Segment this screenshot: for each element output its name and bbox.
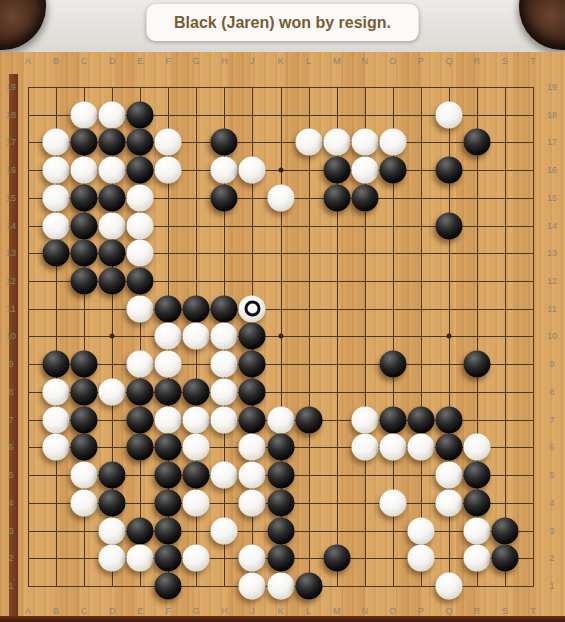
row-label-right: 9	[549, 359, 554, 369]
column-label-top: K	[278, 56, 284, 66]
column-label-bottom: D	[109, 606, 116, 616]
stone-black-P7	[407, 406, 434, 433]
stone-white-C5	[71, 462, 98, 489]
row-label-right: 15	[547, 193, 557, 203]
column-label-top: J	[250, 56, 255, 66]
stone-black-E17	[127, 129, 154, 156]
stone-black-D17	[99, 129, 126, 156]
stone-black-C14	[71, 212, 98, 239]
stone-white-K7	[267, 406, 294, 433]
grid-line-vertical	[309, 87, 310, 586]
stone-black-F1	[155, 572, 182, 599]
column-label-bottom: Q	[445, 606, 452, 616]
column-label-bottom: O	[389, 606, 396, 616]
column-label-bottom: G	[193, 606, 200, 616]
column-label-bottom: C	[81, 606, 88, 616]
star-point	[278, 168, 283, 173]
stone-black-R17	[463, 129, 490, 156]
stone-white-H8	[211, 378, 238, 405]
stone-white-J11	[239, 295, 266, 322]
stone-black-L7	[295, 406, 322, 433]
column-label-bottom: B	[53, 606, 59, 616]
row-label-right: 2	[549, 553, 554, 563]
stone-black-D12	[99, 268, 126, 295]
stone-black-J8	[239, 378, 266, 405]
stone-black-O7	[379, 406, 406, 433]
stone-black-E12	[127, 268, 154, 295]
stone-black-H15	[211, 184, 238, 211]
stone-white-R6	[463, 434, 490, 461]
row-label-left: 10	[6, 331, 16, 341]
stone-white-P6	[407, 434, 434, 461]
top-banner-area: Black (Jaren) won by resign.	[0, 0, 565, 52]
stone-white-D16	[99, 157, 126, 184]
stone-white-P3	[407, 517, 434, 544]
row-label-left: 12	[6, 276, 16, 286]
stone-white-Q5	[435, 462, 462, 489]
stone-black-C8	[71, 378, 98, 405]
column-label-bottom: L	[306, 606, 311, 616]
stone-white-M17	[323, 129, 350, 156]
row-label-left: 19	[6, 82, 16, 92]
column-label-top: F	[166, 56, 172, 66]
column-label-top: R	[474, 56, 481, 66]
stone-black-G5	[183, 462, 210, 489]
stone-black-H11	[211, 295, 238, 322]
grid-line-vertical	[421, 87, 422, 586]
column-label-bottom: N	[361, 606, 368, 616]
stone-black-Q16	[435, 157, 462, 184]
stone-white-H3	[211, 517, 238, 544]
column-label-top: M	[333, 56, 341, 66]
stone-white-B17	[43, 129, 70, 156]
star-point	[446, 334, 451, 339]
stone-black-R5	[463, 462, 490, 489]
column-label-top: E	[137, 56, 143, 66]
column-label-bottom: P	[418, 606, 424, 616]
board-bottom-edge	[0, 616, 565, 622]
stone-black-K3	[267, 517, 294, 544]
row-label-left: 1	[8, 581, 13, 591]
stone-white-E15	[127, 184, 154, 211]
stone-black-F4	[155, 489, 182, 516]
stone-white-D8	[99, 378, 126, 405]
column-label-top: O	[389, 56, 396, 66]
column-label-top: N	[361, 56, 368, 66]
row-label-left: 6	[8, 442, 13, 452]
stone-white-H16	[211, 157, 238, 184]
row-label-right: 1	[549, 581, 554, 591]
row-label-left: 8	[8, 387, 13, 397]
stone-black-D5	[99, 462, 126, 489]
stone-black-G8	[183, 378, 210, 405]
stone-black-H17	[211, 129, 238, 156]
stone-white-B6	[43, 434, 70, 461]
column-label-top: H	[221, 56, 228, 66]
stone-black-S2	[492, 545, 519, 572]
stone-black-R9	[463, 351, 490, 378]
stone-white-K1	[267, 572, 294, 599]
stone-white-H9	[211, 351, 238, 378]
row-label-right: 17	[547, 137, 557, 147]
stone-black-N15	[351, 184, 378, 211]
stone-white-L17	[295, 129, 322, 156]
stone-black-F2	[155, 545, 182, 572]
row-label-left: 3	[8, 526, 13, 536]
stone-black-J7	[239, 406, 266, 433]
column-label-bottom: K	[278, 606, 284, 616]
stone-white-B15	[43, 184, 70, 211]
app-screen: Black (Jaren) won by resign. AABBCCDDEEF…	[0, 0, 565, 622]
stone-black-E18	[127, 101, 154, 128]
column-label-bottom: A	[25, 606, 31, 616]
column-label-bottom: S	[502, 606, 508, 616]
row-label-right: 11	[547, 304, 556, 314]
stone-white-F10	[155, 323, 182, 350]
stone-black-Q14	[435, 212, 462, 239]
star-point	[110, 334, 115, 339]
row-label-right: 7	[549, 415, 554, 425]
stone-white-B14	[43, 212, 70, 239]
row-label-left: 9	[8, 359, 13, 369]
stone-black-C17	[71, 129, 98, 156]
stone-white-N6	[351, 434, 378, 461]
stone-white-J6	[239, 434, 266, 461]
star-point	[278, 334, 283, 339]
stone-black-B13	[43, 240, 70, 267]
row-label-left: 16	[6, 165, 16, 175]
stone-white-J4	[239, 489, 266, 516]
stone-white-K15	[267, 184, 294, 211]
row-label-left: 13	[6, 248, 16, 258]
column-label-bottom: J	[250, 606, 255, 616]
grid-line-horizontal	[28, 364, 534, 365]
stone-black-E6	[127, 434, 154, 461]
stone-white-N16	[351, 157, 378, 184]
stone-white-E11	[127, 295, 154, 322]
stone-white-J2	[239, 545, 266, 572]
stone-white-H10	[211, 323, 238, 350]
stone-black-C12	[71, 268, 98, 295]
column-label-bottom: H	[221, 606, 228, 616]
row-label-left: 7	[8, 415, 13, 425]
row-label-left: 11	[6, 304, 15, 314]
row-label-right: 14	[547, 221, 557, 231]
row-label-right: 13	[547, 248, 557, 258]
stone-black-C6	[71, 434, 98, 461]
stone-white-Q18	[435, 101, 462, 128]
stone-white-G2	[183, 545, 210, 572]
stone-white-N17	[351, 129, 378, 156]
stone-white-D14	[99, 212, 126, 239]
stone-black-C7	[71, 406, 98, 433]
stone-black-F8	[155, 378, 182, 405]
stone-white-O4	[379, 489, 406, 516]
stone-black-O16	[379, 157, 406, 184]
stone-white-B7	[43, 406, 70, 433]
stone-black-K2	[267, 545, 294, 572]
stone-white-F7	[155, 406, 182, 433]
column-label-bottom: F	[166, 606, 172, 616]
stone-black-D15	[99, 184, 126, 211]
column-label-top: A	[25, 56, 31, 66]
stone-black-O9	[379, 351, 406, 378]
stone-white-C4	[71, 489, 98, 516]
stone-white-G10	[183, 323, 210, 350]
stone-white-G7	[183, 406, 210, 433]
stone-black-F6	[155, 434, 182, 461]
stone-black-B9	[43, 351, 70, 378]
stone-black-F3	[155, 517, 182, 544]
stone-white-B8	[43, 378, 70, 405]
row-label-right: 10	[547, 331, 557, 341]
row-label-right: 8	[549, 387, 554, 397]
go-board[interactable]: AABBCCDDEEFFGGHHJJKKLLMMNNOOPPQQRRSSTT19…	[0, 52, 565, 622]
row-label-right: 3	[549, 526, 554, 536]
stone-black-J9	[239, 351, 266, 378]
stone-black-M16	[323, 157, 350, 184]
column-label-bottom: R	[474, 606, 481, 616]
row-label-left: 15	[6, 193, 16, 203]
stone-white-R3	[463, 517, 490, 544]
stone-black-Q6	[435, 434, 462, 461]
row-label-right: 12	[547, 276, 557, 286]
stone-black-Q7	[435, 406, 462, 433]
stone-white-P2	[407, 545, 434, 572]
stone-black-D13	[99, 240, 126, 267]
stone-black-E16	[127, 157, 154, 184]
row-label-left: 5	[8, 470, 13, 480]
stone-white-F16	[155, 157, 182, 184]
stone-black-E8	[127, 378, 154, 405]
row-label-left: 2	[8, 553, 13, 563]
stone-black-K6	[267, 434, 294, 461]
last-move-marker	[244, 301, 260, 317]
row-label-left: 18	[6, 110, 16, 120]
row-label-right: 16	[547, 165, 557, 175]
stone-white-B16	[43, 157, 70, 184]
grid-line-vertical	[505, 87, 506, 586]
row-label-right: 19	[547, 82, 557, 92]
row-label-right: 6	[549, 442, 554, 452]
row-label-right: 18	[547, 110, 557, 120]
column-label-top: C	[81, 56, 88, 66]
stone-white-J1	[239, 572, 266, 599]
stone-black-G11	[183, 295, 210, 322]
column-label-top: D	[109, 56, 116, 66]
row-label-right: 4	[549, 498, 554, 508]
stone-white-D2	[99, 545, 126, 572]
grid-line-vertical	[533, 87, 534, 586]
column-label-top: Q	[445, 56, 452, 66]
stone-black-K5	[267, 462, 294, 489]
stone-black-M2	[323, 545, 350, 572]
column-label-top: T	[530, 56, 536, 66]
stone-white-J16	[239, 157, 266, 184]
game-result-text: Black (Jaren) won by resign.	[174, 14, 391, 31]
column-label-top: L	[306, 56, 311, 66]
stone-white-C18	[71, 101, 98, 128]
stone-white-O17	[379, 129, 406, 156]
column-label-top: S	[502, 56, 508, 66]
stone-black-K4	[267, 489, 294, 516]
game-result-banner: Black (Jaren) won by resign.	[146, 4, 419, 41]
stone-white-H5	[211, 462, 238, 489]
stone-white-D3	[99, 517, 126, 544]
stone-black-C9	[71, 351, 98, 378]
stone-white-E13	[127, 240, 154, 267]
stone-bowl-right	[519, 0, 565, 50]
stone-white-E2	[127, 545, 154, 572]
stone-bowl-left	[0, 0, 46, 50]
stone-white-Q1	[435, 572, 462, 599]
stone-white-D18	[99, 101, 126, 128]
stone-black-F11	[155, 295, 182, 322]
stone-white-R2	[463, 545, 490, 572]
row-label-left: 4	[8, 498, 13, 508]
column-label-bottom: T	[530, 606, 536, 616]
stone-white-O6	[379, 434, 406, 461]
stone-black-C15	[71, 184, 98, 211]
stone-white-G4	[183, 489, 210, 516]
stone-white-E9	[127, 351, 154, 378]
column-label-top: B	[53, 56, 59, 66]
stone-white-G6	[183, 434, 210, 461]
column-label-top: P	[418, 56, 424, 66]
column-label-top: G	[193, 56, 200, 66]
stone-white-N7	[351, 406, 378, 433]
stone-black-M15	[323, 184, 350, 211]
stone-white-C16	[71, 157, 98, 184]
stone-black-L1	[295, 572, 322, 599]
stone-white-Q4	[435, 489, 462, 516]
column-label-bottom: M	[333, 606, 341, 616]
stone-black-E3	[127, 517, 154, 544]
stone-black-J10	[239, 323, 266, 350]
row-label-left: 14	[6, 221, 16, 231]
stone-black-S3	[492, 517, 519, 544]
row-label-right: 5	[549, 470, 554, 480]
stone-white-J5	[239, 462, 266, 489]
stone-black-D4	[99, 489, 126, 516]
stone-black-F5	[155, 462, 182, 489]
column-label-bottom: E	[137, 606, 143, 616]
stone-black-E7	[127, 406, 154, 433]
stone-black-C13	[71, 240, 98, 267]
stone-white-H7	[211, 406, 238, 433]
row-label-left: 17	[6, 137, 16, 147]
stone-white-F9	[155, 351, 182, 378]
stone-black-R4	[463, 489, 490, 516]
stone-white-F17	[155, 129, 182, 156]
stone-white-E14	[127, 212, 154, 239]
